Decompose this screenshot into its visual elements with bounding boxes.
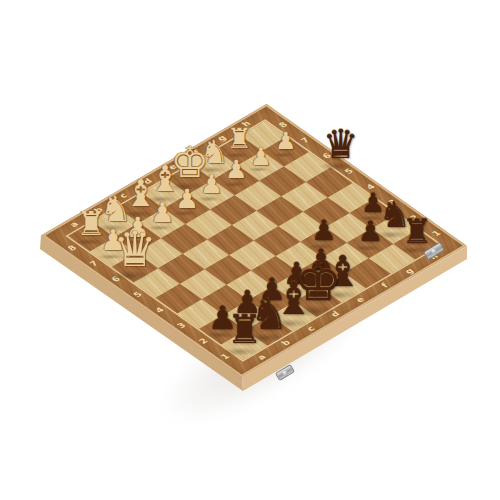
piece-glyph: ♛: [113, 225, 157, 274]
piece-glyph: ♟: [200, 172, 223, 198]
piece-glyph: ♛: [323, 125, 359, 165]
black-rook: ♜: [227, 310, 262, 349]
piece-glyph: ♜: [226, 126, 251, 154]
white-pawn: ♟: [175, 186, 199, 212]
white-queen: ♛: [113, 225, 157, 274]
white-rook: ♜: [226, 126, 251, 154]
latch-knob: [282, 369, 289, 376]
black-pawn: ♟: [358, 219, 383, 247]
black-queen-on-frame: ♛: [323, 125, 359, 165]
white-pawn: ♟: [200, 172, 223, 198]
product-photo-chess-set: aabbccddeeffgghh1122334455667788 ♜♞♝♝♚♞♜…: [0, 0, 500, 500]
white-pawn: ♟: [225, 158, 247, 183]
piece-glyph: ♟: [250, 145, 272, 169]
white-pawn: ♟: [275, 131, 296, 155]
white-pawn: ♟: [250, 145, 272, 169]
piece-glyph: ♜: [227, 310, 262, 349]
black-rook: ♜: [402, 215, 432, 248]
piece-glyph: ♟: [275, 131, 296, 155]
piece-glyph: ♜: [402, 215, 432, 248]
piece-glyph: ♟: [311, 218, 336, 246]
piece-glyph: ♟: [175, 186, 199, 212]
black-pawn: ♟: [311, 218, 336, 246]
piece-glyph: ♟: [358, 219, 383, 247]
piece-glyph: ♟: [225, 158, 247, 183]
